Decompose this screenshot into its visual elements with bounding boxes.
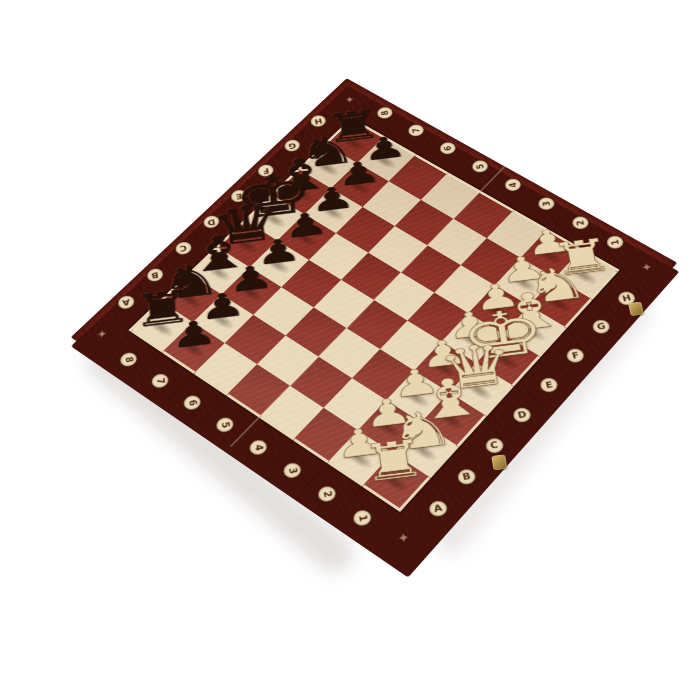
- board-scene: 8765432187654321HGFEDCBAHGFEDCBA✦✦✦✦♜♟♞♟…: [133, 59, 614, 540]
- coordinate-text: C: [490, 441, 500, 451]
- coordinate-text: B: [151, 271, 160, 280]
- coordinate-text: 1: [356, 514, 368, 522]
- chess-board: 8765432187654321HGFEDCBAHGFEDCBA✦✦✦✦♜♟♞♟…: [71, 78, 677, 566]
- file-label-lower-right-C: C: [483, 436, 507, 456]
- coordinate-text: G: [596, 322, 607, 332]
- rank-label-upper-right-6: 6: [437, 140, 458, 156]
- product-photo: 8765432187654321HGFEDCBAHGFEDCBA✦✦✦✦♜♟♞♟…: [0, 0, 700, 700]
- coordinate-text: 8: [380, 110, 390, 116]
- rank-label-lower-left-8: 8: [117, 350, 140, 369]
- coordinate-text: 6: [187, 399, 198, 407]
- rank-label-lower-left-3: 3: [280, 460, 304, 480]
- coordinate-text: 3: [286, 466, 298, 474]
- coordinate-text: 6: [443, 145, 453, 151]
- coordinate-text: 4: [253, 443, 264, 451]
- file-label-lower-right-G: G: [590, 317, 613, 335]
- ornament-icon: ✦: [394, 531, 411, 543]
- coordinate-text: B: [462, 472, 472, 482]
- rank-label-lower-left-4: 4: [246, 438, 270, 458]
- rank-label-lower-left-5: 5: [213, 415, 236, 435]
- rank-label-lower-left-7: 7: [149, 371, 172, 390]
- coordinate-text: 2: [321, 490, 333, 498]
- coordinate-text: 3: [541, 200, 552, 207]
- latch-icon: [628, 302, 644, 317]
- rank-label-lower-left-1: 1: [350, 507, 374, 528]
- rank-label-lower-left-6: 6: [181, 393, 204, 412]
- coordinate-text: H: [621, 294, 632, 303]
- file-label-lower-right-D: D: [510, 405, 534, 425]
- coordinate-text: A: [433, 503, 443, 514]
- coordinate-text: 5: [475, 163, 486, 169]
- coordinate-text: 7: [411, 127, 421, 133]
- rank-label-lower-left-2: 2: [315, 484, 339, 505]
- rank-label-upper-right-5: 5: [469, 158, 490, 174]
- file-label-lower-right-B: B: [455, 467, 479, 487]
- piece-glyph: ♟: [170, 314, 218, 353]
- piece-glyph: ♜: [358, 431, 430, 489]
- rank-label-upper-right-7: 7: [405, 123, 426, 139]
- coordinate-text: F: [571, 351, 580, 361]
- coordinate-text: 2: [575, 219, 586, 226]
- coordinate-text: 1: [609, 239, 620, 246]
- coordinate-text: A: [122, 298, 131, 307]
- ornament-icon: ✦: [94, 328, 109, 339]
- coordinate-text: 5: [219, 421, 230, 429]
- rank-label-upper-right-2: 2: [569, 214, 591, 231]
- file-label-lower-right-F: F: [564, 346, 587, 365]
- coordinate-text: E: [544, 380, 553, 390]
- latch-icon: [491, 454, 507, 470]
- coordinate-text: 8: [123, 356, 134, 364]
- coordinate-text: D: [517, 410, 528, 420]
- ornament-icon: ✦: [638, 261, 655, 271]
- file-label-lower-right-E: E: [537, 375, 560, 394]
- rank-label-upper-right-3: 3: [535, 195, 557, 212]
- rank-label-upper-right-4: 4: [502, 177, 524, 194]
- file-label-lower-right-A: A: [426, 498, 450, 519]
- coordinate-text: 4: [508, 182, 519, 189]
- coordinate-text: 7: [155, 377, 166, 385]
